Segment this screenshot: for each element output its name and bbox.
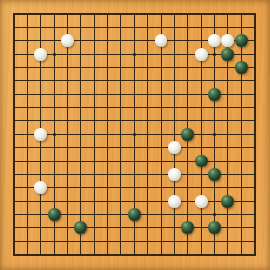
intersection-0-18[interactable] bbox=[7, 248, 20, 261]
intersection-18-2[interactable] bbox=[248, 34, 261, 47]
intersection-2-14[interactable] bbox=[34, 194, 47, 207]
intersection-17-13[interactable] bbox=[235, 181, 248, 194]
intersection-10-9[interactable] bbox=[141, 128, 154, 141]
intersection-5-0[interactable] bbox=[74, 7, 87, 20]
intersection-6-12[interactable] bbox=[88, 168, 101, 181]
intersection-7-12[interactable] bbox=[101, 168, 114, 181]
intersection-9-3[interactable] bbox=[128, 47, 141, 60]
intersection-3-6[interactable] bbox=[47, 88, 60, 101]
intersection-11-18[interactable] bbox=[154, 248, 167, 261]
intersection-14-8[interactable] bbox=[194, 114, 207, 127]
intersection-1-0[interactable] bbox=[21, 7, 34, 20]
intersection-17-8[interactable] bbox=[235, 114, 248, 127]
intersection-15-3[interactable] bbox=[208, 47, 221, 60]
intersection-1-7[interactable] bbox=[21, 101, 34, 114]
intersection-14-1[interactable] bbox=[194, 21, 207, 34]
intersection-2-12[interactable] bbox=[34, 168, 47, 181]
intersection-6-10[interactable] bbox=[88, 141, 101, 154]
intersection-17-2[interactable] bbox=[235, 34, 248, 47]
intersection-9-9[interactable] bbox=[128, 128, 141, 141]
intersection-4-5[interactable] bbox=[61, 74, 74, 87]
intersection-9-8[interactable] bbox=[128, 114, 141, 127]
intersection-12-18[interactable] bbox=[168, 248, 181, 261]
intersection-16-3[interactable] bbox=[221, 47, 234, 60]
intersection-3-4[interactable] bbox=[47, 61, 60, 74]
intersection-18-7[interactable] bbox=[248, 101, 261, 114]
intersection-1-11[interactable] bbox=[21, 154, 34, 167]
intersection-4-14[interactable] bbox=[61, 194, 74, 207]
intersection-16-2[interactable] bbox=[221, 34, 234, 47]
intersection-10-2[interactable] bbox=[141, 34, 154, 47]
intersection-5-14[interactable] bbox=[74, 194, 87, 207]
intersection-3-7[interactable] bbox=[47, 101, 60, 114]
intersection-8-5[interactable] bbox=[114, 74, 127, 87]
intersection-10-7[interactable] bbox=[141, 101, 154, 114]
intersection-4-11[interactable] bbox=[61, 154, 74, 167]
intersection-5-2[interactable] bbox=[74, 34, 87, 47]
intersection-5-9[interactable] bbox=[74, 128, 87, 141]
intersection-16-16[interactable] bbox=[221, 221, 234, 234]
intersection-16-12[interactable] bbox=[221, 168, 234, 181]
intersection-3-18[interactable] bbox=[47, 248, 60, 261]
intersection-7-4[interactable] bbox=[101, 61, 114, 74]
intersection-12-14[interactable] bbox=[168, 194, 181, 207]
intersection-4-18[interactable] bbox=[61, 248, 74, 261]
intersection-11-0[interactable] bbox=[154, 7, 167, 20]
intersection-5-10[interactable] bbox=[74, 141, 87, 154]
intersection-17-10[interactable] bbox=[235, 141, 248, 154]
intersection-6-3[interactable] bbox=[88, 47, 101, 60]
intersection-15-9[interactable] bbox=[208, 128, 221, 141]
intersection-4-2[interactable] bbox=[61, 34, 74, 47]
intersection-10-6[interactable] bbox=[141, 88, 154, 101]
intersection-13-1[interactable] bbox=[181, 21, 194, 34]
intersection-4-8[interactable] bbox=[61, 114, 74, 127]
intersection-7-0[interactable] bbox=[101, 7, 114, 20]
intersection-10-12[interactable] bbox=[141, 168, 154, 181]
intersection-16-13[interactable] bbox=[221, 181, 234, 194]
intersection-17-6[interactable] bbox=[235, 88, 248, 101]
intersection-13-7[interactable] bbox=[181, 101, 194, 114]
intersection-7-18[interactable] bbox=[101, 248, 114, 261]
intersection-5-1[interactable] bbox=[74, 21, 87, 34]
intersection-15-6[interactable] bbox=[208, 88, 221, 101]
intersection-6-2[interactable] bbox=[88, 34, 101, 47]
intersection-11-3[interactable] bbox=[154, 47, 167, 60]
intersection-7-1[interactable] bbox=[101, 21, 114, 34]
intersection-4-10[interactable] bbox=[61, 141, 74, 154]
intersection-12-8[interactable] bbox=[168, 114, 181, 127]
intersection-0-7[interactable] bbox=[7, 101, 20, 114]
intersection-4-15[interactable] bbox=[61, 208, 74, 221]
intersection-11-13[interactable] bbox=[154, 181, 167, 194]
intersection-16-1[interactable] bbox=[221, 21, 234, 34]
intersection-10-16[interactable] bbox=[141, 221, 154, 234]
intersection-6-4[interactable] bbox=[88, 61, 101, 74]
intersection-12-0[interactable] bbox=[168, 7, 181, 20]
intersection-1-2[interactable] bbox=[21, 34, 34, 47]
intersection-18-11[interactable] bbox=[248, 154, 261, 167]
intersection-8-12[interactable] bbox=[114, 168, 127, 181]
intersection-11-4[interactable] bbox=[154, 61, 167, 74]
intersection-16-10[interactable] bbox=[221, 141, 234, 154]
intersection-2-1[interactable] bbox=[34, 21, 47, 34]
intersection-2-9[interactable] bbox=[34, 128, 47, 141]
intersection-14-14[interactable] bbox=[194, 194, 207, 207]
intersection-4-1[interactable] bbox=[61, 21, 74, 34]
intersection-14-0[interactable] bbox=[194, 7, 207, 20]
intersection-8-13[interactable] bbox=[114, 181, 127, 194]
intersection-17-17[interactable] bbox=[235, 235, 248, 248]
intersection-9-0[interactable] bbox=[128, 7, 141, 20]
intersection-15-0[interactable] bbox=[208, 7, 221, 20]
intersection-11-15[interactable] bbox=[154, 208, 167, 221]
intersection-12-7[interactable] bbox=[168, 101, 181, 114]
intersection-18-12[interactable] bbox=[248, 168, 261, 181]
intersection-4-17[interactable] bbox=[61, 235, 74, 248]
intersection-8-1[interactable] bbox=[114, 21, 127, 34]
intersection-12-2[interactable] bbox=[168, 34, 181, 47]
intersection-14-7[interactable] bbox=[194, 101, 207, 114]
intersection-1-10[interactable] bbox=[21, 141, 34, 154]
intersection-16-6[interactable] bbox=[221, 88, 234, 101]
intersection-3-10[interactable] bbox=[47, 141, 60, 154]
intersection-18-0[interactable] bbox=[248, 7, 261, 20]
intersection-7-13[interactable] bbox=[101, 181, 114, 194]
intersection-18-18[interactable] bbox=[248, 248, 261, 261]
intersection-17-5[interactable] bbox=[235, 74, 248, 87]
intersection-8-4[interactable] bbox=[114, 61, 127, 74]
intersection-18-1[interactable] bbox=[248, 21, 261, 34]
intersection-14-16[interactable] bbox=[194, 221, 207, 234]
intersection-0-3[interactable] bbox=[7, 47, 20, 60]
intersection-6-18[interactable] bbox=[88, 248, 101, 261]
intersection-13-14[interactable] bbox=[181, 194, 194, 207]
intersection-7-7[interactable] bbox=[101, 101, 114, 114]
intersection-14-18[interactable] bbox=[194, 248, 207, 261]
intersection-8-7[interactable] bbox=[114, 101, 127, 114]
intersection-10-15[interactable] bbox=[141, 208, 154, 221]
intersection-4-0[interactable] bbox=[61, 7, 74, 20]
intersection-1-17[interactable] bbox=[21, 235, 34, 248]
intersection-4-4[interactable] bbox=[61, 61, 74, 74]
intersection-14-15[interactable] bbox=[194, 208, 207, 221]
intersection-2-13[interactable] bbox=[34, 181, 47, 194]
intersection-3-5[interactable] bbox=[47, 74, 60, 87]
intersection-12-4[interactable] bbox=[168, 61, 181, 74]
intersection-13-17[interactable] bbox=[181, 235, 194, 248]
intersection-6-1[interactable] bbox=[88, 21, 101, 34]
intersection-12-17[interactable] bbox=[168, 235, 181, 248]
intersection-7-5[interactable] bbox=[101, 74, 114, 87]
intersection-11-2[interactable] bbox=[154, 34, 167, 47]
intersection-15-15[interactable] bbox=[208, 208, 221, 221]
intersection-12-16[interactable] bbox=[168, 221, 181, 234]
intersection-7-16[interactable] bbox=[101, 221, 114, 234]
intersection-13-5[interactable] bbox=[181, 74, 194, 87]
intersection-13-0[interactable] bbox=[181, 7, 194, 20]
intersection-7-9[interactable] bbox=[101, 128, 114, 141]
intersection-3-2[interactable] bbox=[47, 34, 60, 47]
intersection-18-3[interactable] bbox=[248, 47, 261, 60]
intersection-13-18[interactable] bbox=[181, 248, 194, 261]
intersection-1-8[interactable] bbox=[21, 114, 34, 127]
intersection-10-4[interactable] bbox=[141, 61, 154, 74]
intersection-15-12[interactable] bbox=[208, 168, 221, 181]
intersection-0-5[interactable] bbox=[7, 74, 20, 87]
intersection-2-6[interactable] bbox=[34, 88, 47, 101]
intersection-12-9[interactable] bbox=[168, 128, 181, 141]
intersection-15-14[interactable] bbox=[208, 194, 221, 207]
intersection-5-16[interactable] bbox=[74, 221, 87, 234]
intersection-0-0[interactable] bbox=[7, 7, 20, 20]
intersection-8-17[interactable] bbox=[114, 235, 127, 248]
intersection-8-8[interactable] bbox=[114, 114, 127, 127]
intersection-0-10[interactable] bbox=[7, 141, 20, 154]
intersection-17-0[interactable] bbox=[235, 7, 248, 20]
intersection-9-16[interactable] bbox=[128, 221, 141, 234]
intersection-9-11[interactable] bbox=[128, 154, 141, 167]
intersection-14-6[interactable] bbox=[194, 88, 207, 101]
intersection-9-14[interactable] bbox=[128, 194, 141, 207]
intersection-15-17[interactable] bbox=[208, 235, 221, 248]
intersection-1-16[interactable] bbox=[21, 221, 34, 234]
intersection-1-5[interactable] bbox=[21, 74, 34, 87]
intersection-1-14[interactable] bbox=[21, 194, 34, 207]
intersection-17-3[interactable] bbox=[235, 47, 248, 60]
intersection-8-16[interactable] bbox=[114, 221, 127, 234]
intersection-3-8[interactable] bbox=[47, 114, 60, 127]
intersection-5-3[interactable] bbox=[74, 47, 87, 60]
intersection-5-5[interactable] bbox=[74, 74, 87, 87]
intersection-5-15[interactable] bbox=[74, 208, 87, 221]
intersection-3-16[interactable] bbox=[47, 221, 60, 234]
intersection-10-1[interactable] bbox=[141, 21, 154, 34]
intersection-1-13[interactable] bbox=[21, 181, 34, 194]
intersection-11-14[interactable] bbox=[154, 194, 167, 207]
intersection-18-9[interactable] bbox=[248, 128, 261, 141]
intersection-17-1[interactable] bbox=[235, 21, 248, 34]
intersection-2-10[interactable] bbox=[34, 141, 47, 154]
intersection-16-7[interactable] bbox=[221, 101, 234, 114]
intersection-11-9[interactable] bbox=[154, 128, 167, 141]
intersection-9-17[interactable] bbox=[128, 235, 141, 248]
intersection-0-1[interactable] bbox=[7, 21, 20, 34]
intersection-0-11[interactable] bbox=[7, 154, 20, 167]
intersection-18-6[interactable] bbox=[248, 88, 261, 101]
intersection-4-3[interactable] bbox=[61, 47, 74, 60]
intersection-6-7[interactable] bbox=[88, 101, 101, 114]
intersection-12-10[interactable] bbox=[168, 141, 181, 154]
intersection-14-17[interactable] bbox=[194, 235, 207, 248]
intersection-12-5[interactable] bbox=[168, 74, 181, 87]
intersection-6-9[interactable] bbox=[88, 128, 101, 141]
intersection-13-13[interactable] bbox=[181, 181, 194, 194]
intersection-7-15[interactable] bbox=[101, 208, 114, 221]
intersection-8-2[interactable] bbox=[114, 34, 127, 47]
intersection-17-7[interactable] bbox=[235, 101, 248, 114]
intersection-4-12[interactable] bbox=[61, 168, 74, 181]
intersection-6-16[interactable] bbox=[88, 221, 101, 234]
intersection-8-14[interactable] bbox=[114, 194, 127, 207]
intersection-16-5[interactable] bbox=[221, 74, 234, 87]
intersection-18-8[interactable] bbox=[248, 114, 261, 127]
intersection-12-12[interactable] bbox=[168, 168, 181, 181]
intersection-9-6[interactable] bbox=[128, 88, 141, 101]
intersection-15-5[interactable] bbox=[208, 74, 221, 87]
intersection-8-0[interactable] bbox=[114, 7, 127, 20]
intersection-17-9[interactable] bbox=[235, 128, 248, 141]
intersection-15-8[interactable] bbox=[208, 114, 221, 127]
intersection-16-0[interactable] bbox=[221, 7, 234, 20]
intersection-6-5[interactable] bbox=[88, 74, 101, 87]
intersection-14-3[interactable] bbox=[194, 47, 207, 60]
intersection-4-16[interactable] bbox=[61, 221, 74, 234]
intersection-15-2[interactable] bbox=[208, 34, 221, 47]
intersection-11-7[interactable] bbox=[154, 101, 167, 114]
intersection-15-10[interactable] bbox=[208, 141, 221, 154]
intersection-10-10[interactable] bbox=[141, 141, 154, 154]
intersection-3-1[interactable] bbox=[47, 21, 60, 34]
intersection-17-4[interactable] bbox=[235, 61, 248, 74]
intersection-9-7[interactable] bbox=[128, 101, 141, 114]
intersection-8-11[interactable] bbox=[114, 154, 127, 167]
intersection-11-16[interactable] bbox=[154, 221, 167, 234]
intersection-14-13[interactable] bbox=[194, 181, 207, 194]
intersection-3-15[interactable] bbox=[47, 208, 60, 221]
intersection-13-15[interactable] bbox=[181, 208, 194, 221]
intersection-0-12[interactable] bbox=[7, 168, 20, 181]
intersection-1-9[interactable] bbox=[21, 128, 34, 141]
intersection-5-6[interactable] bbox=[74, 88, 87, 101]
intersection-15-4[interactable] bbox=[208, 61, 221, 74]
intersection-6-14[interactable] bbox=[88, 194, 101, 207]
intersection-15-7[interactable] bbox=[208, 101, 221, 114]
intersection-4-7[interactable] bbox=[61, 101, 74, 114]
intersection-5-13[interactable] bbox=[74, 181, 87, 194]
intersection-1-6[interactable] bbox=[21, 88, 34, 101]
intersection-8-10[interactable] bbox=[114, 141, 127, 154]
intersection-7-3[interactable] bbox=[101, 47, 114, 60]
intersection-12-1[interactable] bbox=[168, 21, 181, 34]
intersection-15-18[interactable] bbox=[208, 248, 221, 261]
intersection-13-12[interactable] bbox=[181, 168, 194, 181]
intersection-12-3[interactable] bbox=[168, 47, 181, 60]
intersection-15-16[interactable] bbox=[208, 221, 221, 234]
intersection-16-8[interactable] bbox=[221, 114, 234, 127]
intersection-18-4[interactable] bbox=[248, 61, 261, 74]
intersection-15-11[interactable] bbox=[208, 154, 221, 167]
intersection-11-11[interactable] bbox=[154, 154, 167, 167]
intersection-9-2[interactable] bbox=[128, 34, 141, 47]
intersection-13-11[interactable] bbox=[181, 154, 194, 167]
intersection-1-3[interactable] bbox=[21, 47, 34, 60]
intersection-7-10[interactable] bbox=[101, 141, 114, 154]
intersection-12-6[interactable] bbox=[168, 88, 181, 101]
intersection-1-1[interactable] bbox=[21, 21, 34, 34]
intersection-6-8[interactable] bbox=[88, 114, 101, 127]
intersection-0-4[interactable] bbox=[7, 61, 20, 74]
intersection-18-13[interactable] bbox=[248, 181, 261, 194]
intersection-2-7[interactable] bbox=[34, 101, 47, 114]
intersection-3-13[interactable] bbox=[47, 181, 60, 194]
intersection-7-17[interactable] bbox=[101, 235, 114, 248]
intersection-2-2[interactable] bbox=[34, 34, 47, 47]
intersection-3-3[interactable] bbox=[47, 47, 60, 60]
intersection-0-9[interactable] bbox=[7, 128, 20, 141]
intersection-13-9[interactable] bbox=[181, 128, 194, 141]
intersection-18-15[interactable] bbox=[248, 208, 261, 221]
intersection-3-12[interactable] bbox=[47, 168, 60, 181]
intersection-12-11[interactable] bbox=[168, 154, 181, 167]
intersection-16-14[interactable] bbox=[221, 194, 234, 207]
intersection-7-2[interactable] bbox=[101, 34, 114, 47]
intersection-9-1[interactable] bbox=[128, 21, 141, 34]
intersection-17-16[interactable] bbox=[235, 221, 248, 234]
intersection-13-16[interactable] bbox=[181, 221, 194, 234]
intersection-14-4[interactable] bbox=[194, 61, 207, 74]
intersection-3-14[interactable] bbox=[47, 194, 60, 207]
intersection-15-13[interactable] bbox=[208, 181, 221, 194]
intersection-12-15[interactable] bbox=[168, 208, 181, 221]
intersection-5-12[interactable] bbox=[74, 168, 87, 181]
intersection-11-17[interactable] bbox=[154, 235, 167, 248]
intersection-10-18[interactable] bbox=[141, 248, 154, 261]
intersection-11-5[interactable] bbox=[154, 74, 167, 87]
intersection-2-18[interactable] bbox=[34, 248, 47, 261]
intersection-5-11[interactable] bbox=[74, 154, 87, 167]
intersection-9-5[interactable] bbox=[128, 74, 141, 87]
intersection-2-15[interactable] bbox=[34, 208, 47, 221]
intersection-8-9[interactable] bbox=[114, 128, 127, 141]
intersection-8-6[interactable] bbox=[114, 88, 127, 101]
intersection-16-4[interactable] bbox=[221, 61, 234, 74]
intersection-11-12[interactable] bbox=[154, 168, 167, 181]
intersection-11-10[interactable] bbox=[154, 141, 167, 154]
intersection-9-10[interactable] bbox=[128, 141, 141, 154]
intersection-10-13[interactable] bbox=[141, 181, 154, 194]
intersection-14-2[interactable] bbox=[194, 34, 207, 47]
intersection-6-11[interactable] bbox=[88, 154, 101, 167]
intersection-10-5[interactable] bbox=[141, 74, 154, 87]
intersection-7-14[interactable] bbox=[101, 194, 114, 207]
intersection-4-9[interactable] bbox=[61, 128, 74, 141]
intersection-7-6[interactable] bbox=[101, 88, 114, 101]
intersection-5-8[interactable] bbox=[74, 114, 87, 127]
intersection-1-15[interactable] bbox=[21, 208, 34, 221]
intersection-1-12[interactable] bbox=[21, 168, 34, 181]
intersection-2-17[interactable] bbox=[34, 235, 47, 248]
intersection-17-18[interactable] bbox=[235, 248, 248, 261]
intersection-5-7[interactable] bbox=[74, 101, 87, 114]
intersection-16-9[interactable] bbox=[221, 128, 234, 141]
intersection-16-11[interactable] bbox=[221, 154, 234, 167]
intersection-18-14[interactable] bbox=[248, 194, 261, 207]
intersection-0-8[interactable] bbox=[7, 114, 20, 127]
intersection-11-8[interactable] bbox=[154, 114, 167, 127]
intersection-11-6[interactable] bbox=[154, 88, 167, 101]
intersection-17-12[interactable] bbox=[235, 168, 248, 181]
intersection-8-18[interactable] bbox=[114, 248, 127, 261]
intersection-0-2[interactable] bbox=[7, 34, 20, 47]
intersection-10-14[interactable] bbox=[141, 194, 154, 207]
intersection-14-11[interactable] bbox=[194, 154, 207, 167]
intersection-8-3[interactable] bbox=[114, 47, 127, 60]
intersection-0-6[interactable] bbox=[7, 88, 20, 101]
intersection-0-14[interactable] bbox=[7, 194, 20, 207]
intersection-10-0[interactable] bbox=[141, 7, 154, 20]
intersection-14-12[interactable] bbox=[194, 168, 207, 181]
